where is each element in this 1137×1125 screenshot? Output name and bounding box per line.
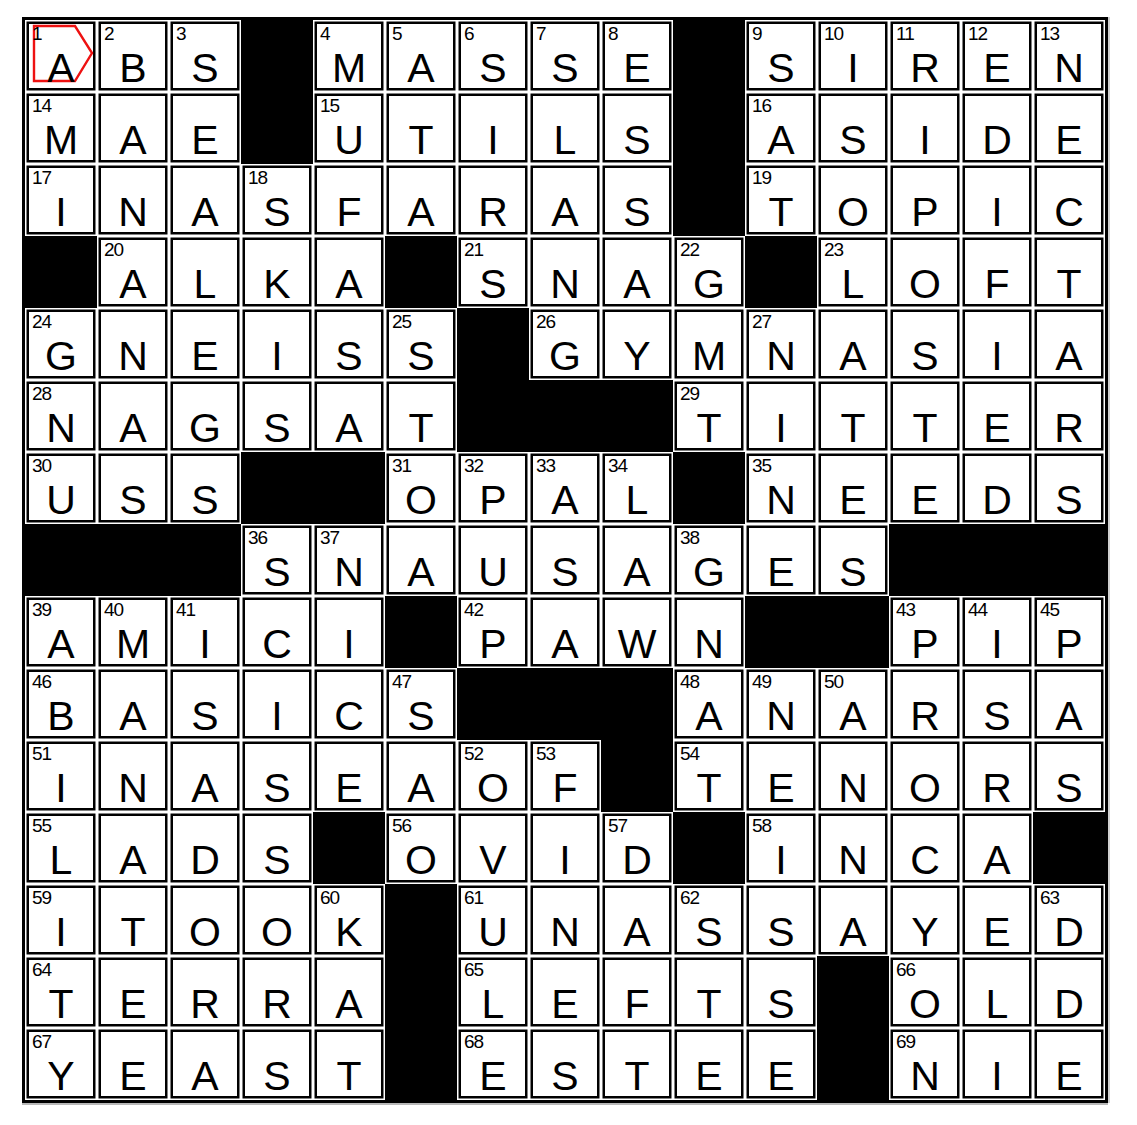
clue-number: 65: [464, 960, 483, 979]
cell-letter: I: [25, 192, 97, 233]
grid-cell[interactable]: 62S: [673, 884, 745, 956]
cell-letter: A: [97, 696, 169, 737]
cell-letter: R: [241, 984, 313, 1025]
clue-number: 57: [608, 816, 627, 835]
grid-cell[interactable]: 21S: [457, 236, 529, 308]
grid-cell[interactable]: 36S: [241, 524, 313, 596]
grid-cell[interactable]: N: [529, 236, 601, 308]
black-cell: [673, 20, 745, 92]
grid-cell[interactable]: P: [889, 164, 961, 236]
grid-cell[interactable]: C: [241, 596, 313, 668]
clue-number: 46: [32, 672, 51, 691]
grid-cell[interactable]: I: [961, 164, 1033, 236]
grid-cell[interactable]: 1A: [25, 20, 97, 92]
cell-letter: E: [97, 1056, 169, 1097]
clue-number: 66: [896, 960, 915, 979]
grid-cell[interactable]: S: [241, 1028, 313, 1100]
cell-letter: N: [673, 624, 745, 665]
grid-cell[interactable]: G: [169, 380, 241, 452]
grid-cell[interactable]: I: [457, 92, 529, 164]
black-cell: [457, 308, 529, 380]
grid-cell[interactable]: 18S: [241, 164, 313, 236]
cell-letter: R: [1033, 408, 1105, 449]
grid-cell[interactable]: L: [961, 956, 1033, 1028]
clue-number: 52: [464, 744, 483, 763]
cell-letter: P: [889, 192, 961, 233]
grid-cell[interactable]: E: [169, 92, 241, 164]
grid-cell[interactable]: D: [961, 452, 1033, 524]
grid-cell[interactable]: I: [961, 1028, 1033, 1100]
grid-cell[interactable]: E: [97, 1028, 169, 1100]
grid-cell[interactable]: R: [241, 956, 313, 1028]
cell-letter: N: [97, 336, 169, 377]
cell-letter: N: [817, 840, 889, 881]
grid-cell[interactable]: T: [385, 380, 457, 452]
cell-letter: F: [601, 984, 673, 1025]
cell-letter: A: [385, 48, 457, 89]
grid-cell[interactable]: 23L: [817, 236, 889, 308]
grid-cell[interactable]: 68E: [457, 1028, 529, 1100]
grid-cell[interactable]: 40M: [97, 596, 169, 668]
cell-letter: T: [1033, 264, 1105, 305]
grid-cell[interactable]: F: [313, 164, 385, 236]
grid-cell[interactable]: I: [241, 308, 313, 380]
cell-letter: M: [25, 120, 97, 161]
clue-number: 35: [752, 456, 771, 475]
grid-cell[interactable]: R: [457, 164, 529, 236]
clue-number: 51: [32, 744, 51, 763]
grid-cell[interactable]: E: [889, 452, 961, 524]
grid-cell[interactable]: S: [529, 1028, 601, 1100]
crossword-board: 1A2B3S4M5A6S7S8E9S10I11R12E13N14MAE15UTI…: [22, 17, 1108, 1103]
grid-cell[interactable]: O: [889, 740, 961, 812]
cell-letter: C: [241, 624, 313, 665]
grid-cell[interactable]: A: [385, 164, 457, 236]
cell-letter: E: [457, 1056, 529, 1097]
grid-cell[interactable]: E: [673, 1028, 745, 1100]
grid-cell[interactable]: 59I: [25, 884, 97, 956]
grid-cell[interactable]: 64T: [25, 956, 97, 1028]
grid-cell[interactable]: S: [601, 92, 673, 164]
grid-cell[interactable]: 69N: [889, 1028, 961, 1100]
clue-number: 26: [536, 312, 555, 331]
grid-cell[interactable]: 67Y: [25, 1028, 97, 1100]
grid-cell[interactable]: A: [97, 668, 169, 740]
grid-cell[interactable]: 66O: [889, 956, 961, 1028]
cell-letter: U: [25, 480, 97, 521]
grid-cell[interactable]: S: [97, 452, 169, 524]
cell-letter: N: [745, 480, 817, 521]
cell-letter: I: [169, 624, 241, 665]
cell-letter: S: [313, 336, 385, 377]
cell-letter: A: [1033, 696, 1105, 737]
cell-letter: E: [601, 48, 673, 89]
grid-cell[interactable]: 25S: [385, 308, 457, 380]
grid-cell[interactable]: A: [385, 740, 457, 812]
cell-letter: R: [169, 984, 241, 1025]
clue-number: 47: [392, 672, 411, 691]
grid-cell[interactable]: 5A: [385, 20, 457, 92]
cell-letter: T: [673, 768, 745, 809]
grid-cell[interactable]: C: [313, 668, 385, 740]
grid-cell[interactable]: A: [313, 236, 385, 308]
grid-cell[interactable]: 50A: [817, 668, 889, 740]
cell-letter: I: [961, 336, 1033, 377]
cell-letter: S: [745, 984, 817, 1025]
grid-cell[interactable]: 47S: [385, 668, 457, 740]
grid-cell[interactable]: 29T: [673, 380, 745, 452]
grid-cell[interactable]: S: [745, 956, 817, 1028]
grid-cell[interactable]: E: [1033, 1028, 1105, 1100]
grid-cell[interactable]: 17I: [25, 164, 97, 236]
cell-letter: F: [313, 192, 385, 233]
grid-cell[interactable]: 31O: [385, 452, 457, 524]
grid-cell[interactable]: T: [385, 92, 457, 164]
cell-letter: E: [961, 408, 1033, 449]
cell-letter: S: [241, 768, 313, 809]
grid-cell[interactable]: F: [961, 236, 1033, 308]
grid-cell[interactable]: E: [97, 956, 169, 1028]
grid-cell[interactable]: 27N: [745, 308, 817, 380]
grid-cell[interactable]: T: [673, 956, 745, 1028]
grid-cell[interactable]: 4M: [313, 20, 385, 92]
clue-number: 24: [32, 312, 51, 331]
grid-cell[interactable]: 49N: [745, 668, 817, 740]
grid-cell[interactable]: 39A: [25, 596, 97, 668]
grid-cell[interactable]: 44I: [961, 596, 1033, 668]
cell-letter: D: [169, 840, 241, 881]
grid-cell[interactable]: E: [745, 1028, 817, 1100]
black-cell: [673, 92, 745, 164]
clue-number: 3: [176, 24, 186, 43]
grid-cell[interactable]: 6S: [457, 20, 529, 92]
cell-letter: A: [25, 48, 97, 89]
grid-cell[interactable]: O: [817, 164, 889, 236]
grid-cell[interactable]: E: [961, 380, 1033, 452]
cell-letter: T: [97, 912, 169, 953]
cell-letter: S: [601, 120, 673, 161]
grid-cell[interactable]: T: [601, 1028, 673, 1100]
grid-cell[interactable]: W: [601, 596, 673, 668]
cell-letter: S: [97, 480, 169, 521]
grid-cell[interactable]: S: [241, 380, 313, 452]
grid-cell[interactable]: A: [817, 884, 889, 956]
cell-letter: N: [97, 768, 169, 809]
clue-number: 21: [464, 240, 483, 259]
grid-cell[interactable]: 60K: [313, 884, 385, 956]
grid-cell[interactable]: 58I: [745, 812, 817, 884]
grid-cell[interactable]: L: [169, 236, 241, 308]
grid-cell[interactable]: T: [889, 380, 961, 452]
grid-cell[interactable]: N: [97, 164, 169, 236]
grid-cell[interactable]: I: [241, 668, 313, 740]
clue-number: 60: [320, 888, 339, 907]
grid-cell[interactable]: 24G: [25, 308, 97, 380]
grid-cell[interactable]: E: [313, 740, 385, 812]
grid-cell[interactable]: A: [817, 308, 889, 380]
cell-letter: G: [25, 336, 97, 377]
cell-letter: A: [385, 552, 457, 593]
cell-letter: O: [457, 768, 529, 809]
grid-cell[interactable]: A: [601, 884, 673, 956]
grid-cell[interactable]: N: [97, 740, 169, 812]
grid-cell[interactable]: I: [313, 596, 385, 668]
cell-letter: S: [385, 696, 457, 737]
grid-cell[interactable]: 55L: [25, 812, 97, 884]
grid-cell[interactable]: A: [385, 524, 457, 596]
cell-letter: A: [169, 192, 241, 233]
grid-cell[interactable]: A: [97, 812, 169, 884]
clue-number: 5: [392, 24, 402, 43]
clue-number: 8: [608, 24, 618, 43]
black-cell: [97, 524, 169, 596]
cell-letter: O: [889, 264, 961, 305]
grid-cell[interactable]: A: [529, 164, 601, 236]
grid-cell[interactable]: 14M: [25, 92, 97, 164]
cell-letter: I: [889, 120, 961, 161]
clue-number: 17: [32, 168, 51, 187]
cell-letter: O: [241, 912, 313, 953]
clue-number: 28: [32, 384, 51, 403]
grid-cell[interactable]: Y: [889, 884, 961, 956]
grid-cell[interactable]: 19T: [745, 164, 817, 236]
grid-cell[interactable]: 10I: [817, 20, 889, 92]
grid-cell[interactable]: I: [961, 308, 1033, 380]
grid-cell[interactable]: E: [169, 308, 241, 380]
grid-cell[interactable]: I: [889, 92, 961, 164]
grid-cell[interactable]: O: [889, 236, 961, 308]
grid-cell[interactable]: 56O: [385, 812, 457, 884]
grid-cell[interactable]: A: [97, 380, 169, 452]
clue-number: 13: [1040, 24, 1059, 43]
grid-cell[interactable]: 51I: [25, 740, 97, 812]
black-cell: [745, 596, 817, 668]
cell-letter: S: [961, 696, 1033, 737]
grid-cell[interactable]: N: [817, 812, 889, 884]
clue-number: 23: [824, 240, 843, 259]
grid-cell[interactable]: S: [1033, 740, 1105, 812]
grid-cell[interactable]: S: [817, 92, 889, 164]
cell-letter: I: [25, 768, 97, 809]
grid-cell[interactable]: S: [601, 164, 673, 236]
cell-letter: A: [961, 840, 1033, 881]
crossword-board-wrapper: 1A2B3S4M5A6S7S8E9S10I11R12E13N14MAE15UTI…: [22, 17, 1108, 1103]
grid-cell[interactable]: O: [169, 884, 241, 956]
grid-cell[interactable]: 22G: [673, 236, 745, 308]
grid-cell[interactable]: S: [313, 308, 385, 380]
black-cell: [313, 452, 385, 524]
grid-cell[interactable]: R: [889, 668, 961, 740]
grid-cell[interactable]: 34L: [601, 452, 673, 524]
cell-letter: M: [97, 624, 169, 665]
grid-cell[interactable]: V: [457, 812, 529, 884]
grid-cell[interactable]: S: [241, 740, 313, 812]
grid-cell[interactable]: 35N: [745, 452, 817, 524]
clue-number: 10: [824, 24, 843, 43]
cell-letter: S: [817, 552, 889, 593]
grid-cell[interactable]: A: [1033, 308, 1105, 380]
grid-cell[interactable]: D: [1033, 956, 1105, 1028]
grid-cell[interactable]: N: [673, 596, 745, 668]
grid-cell[interactable]: T: [1033, 236, 1105, 308]
cell-letter: L: [601, 480, 673, 521]
grid-cell[interactable]: 61U: [457, 884, 529, 956]
cell-letter: S: [241, 1056, 313, 1097]
clue-number: 27: [752, 312, 771, 331]
grid-cell[interactable]: 54T: [673, 740, 745, 812]
cell-letter: I: [313, 624, 385, 665]
clue-number: 58: [752, 816, 771, 835]
grid-cell[interactable]: N: [817, 740, 889, 812]
grid-cell[interactable]: C: [889, 812, 961, 884]
grid-cell[interactable]: F: [601, 956, 673, 1028]
clue-number: 62: [680, 888, 699, 907]
grid-cell[interactable]: 20A: [97, 236, 169, 308]
grid-cell[interactable]: A: [313, 956, 385, 1028]
grid-cell[interactable]: 26G: [529, 308, 601, 380]
grid-cell[interactable]: 32P: [457, 452, 529, 524]
black-cell: [1033, 812, 1105, 884]
grid-cell[interactable]: S: [169, 668, 241, 740]
grid-cell[interactable]: 3S: [169, 20, 241, 92]
grid-cell[interactable]: T: [313, 1028, 385, 1100]
grid-cell[interactable]: R: [169, 956, 241, 1028]
grid-cell[interactable]: K: [241, 236, 313, 308]
grid-cell[interactable]: 12E: [961, 20, 1033, 92]
clue-number: 19: [752, 168, 771, 187]
clue-number: 6: [464, 24, 474, 43]
grid-cell[interactable]: O: [241, 884, 313, 956]
grid-cell[interactable]: E: [961, 884, 1033, 956]
grid-cell[interactable]: 63D: [1033, 884, 1105, 956]
grid-cell[interactable]: 42P: [457, 596, 529, 668]
grid-cell[interactable]: C: [1033, 164, 1105, 236]
cell-letter: E: [745, 552, 817, 593]
black-cell: [601, 380, 673, 452]
cell-letter: S: [817, 120, 889, 161]
grid-cell[interactable]: D: [169, 812, 241, 884]
grid-cell[interactable]: A: [169, 164, 241, 236]
cell-letter: I: [745, 408, 817, 449]
grid-cell[interactable]: 8E: [601, 20, 673, 92]
cell-letter: T: [673, 984, 745, 1025]
grid-cell[interactable]: 11R: [889, 20, 961, 92]
grid-cell[interactable]: 30U: [25, 452, 97, 524]
cell-letter: A: [745, 120, 817, 161]
grid-cell[interactable]: 57D: [601, 812, 673, 884]
cell-letter: R: [457, 192, 529, 233]
cell-letter: A: [97, 264, 169, 305]
grid-cell[interactable]: E: [745, 524, 817, 596]
grid-cell[interactable]: S: [241, 812, 313, 884]
grid-cell[interactable]: L: [529, 92, 601, 164]
cell-letter: E: [169, 120, 241, 161]
grid-cell[interactable]: E: [529, 956, 601, 1028]
cell-letter: T: [745, 192, 817, 233]
cell-letter: N: [745, 696, 817, 737]
grid-cell[interactable]: A: [601, 236, 673, 308]
grid-cell[interactable]: S: [817, 524, 889, 596]
grid-cell[interactable]: 38G: [673, 524, 745, 596]
grid-cell[interactable]: A: [529, 596, 601, 668]
grid-cell[interactable]: M: [673, 308, 745, 380]
cell-letter: N: [313, 552, 385, 593]
grid-cell[interactable]: N: [97, 308, 169, 380]
grid-cell[interactable]: Y: [601, 308, 673, 380]
cell-letter: K: [313, 912, 385, 953]
grid-cell[interactable]: 46B: [25, 668, 97, 740]
grid-cell[interactable]: 2B: [97, 20, 169, 92]
grid-cell[interactable]: S: [169, 452, 241, 524]
grid-cell[interactable]: R: [1033, 380, 1105, 452]
grid-cell[interactable]: 9S: [745, 20, 817, 92]
grid-cell[interactable]: A: [313, 380, 385, 452]
cell-letter: S: [385, 336, 457, 377]
cell-letter: S: [889, 336, 961, 377]
grid-cell[interactable]: I: [529, 812, 601, 884]
cell-letter: E: [889, 480, 961, 521]
cell-letter: A: [529, 624, 601, 665]
grid-cell[interactable]: D: [961, 92, 1033, 164]
grid-cell[interactable]: U: [457, 524, 529, 596]
clue-number: 67: [32, 1032, 51, 1051]
grid-cell[interactable]: R: [961, 740, 1033, 812]
grid-cell[interactable]: A: [97, 92, 169, 164]
grid-cell[interactable]: 41I: [169, 596, 241, 668]
clue-number: 43: [896, 600, 915, 619]
grid-cell[interactable]: E: [817, 452, 889, 524]
grid-cell[interactable]: I: [745, 380, 817, 452]
grid-cell[interactable]: 65L: [457, 956, 529, 1028]
grid-cell[interactable]: S: [889, 308, 961, 380]
grid-cell[interactable]: 28N: [25, 380, 97, 452]
cell-letter: A: [97, 408, 169, 449]
cell-letter: B: [25, 696, 97, 737]
cell-letter: E: [1033, 120, 1105, 161]
grid-cell[interactable]: 33A: [529, 452, 601, 524]
grid-cell[interactable]: E: [745, 740, 817, 812]
grid-cell[interactable]: 7S: [529, 20, 601, 92]
grid-cell[interactable]: 53F: [529, 740, 601, 812]
grid-cell[interactable]: 45P: [1033, 596, 1105, 668]
grid-cell[interactable]: A: [169, 740, 241, 812]
grid-cell[interactable]: 52O: [457, 740, 529, 812]
cell-letter: E: [1033, 1056, 1105, 1097]
cell-letter: N: [97, 192, 169, 233]
grid-cell[interactable]: S: [961, 668, 1033, 740]
grid-cell[interactable]: 37N: [313, 524, 385, 596]
grid-cell[interactable]: A: [169, 1028, 241, 1100]
grid-cell[interactable]: 13N: [1033, 20, 1105, 92]
grid-cell[interactable]: E: [1033, 92, 1105, 164]
cell-letter: S: [529, 552, 601, 593]
grid-cell[interactable]: 43P: [889, 596, 961, 668]
grid-cell[interactable]: T: [97, 884, 169, 956]
grid-cell[interactable]: 15U: [313, 92, 385, 164]
grid-cell[interactable]: A: [1033, 668, 1105, 740]
grid-cell[interactable]: N: [529, 884, 601, 956]
grid-cell[interactable]: 16A: [745, 92, 817, 164]
grid-cell[interactable]: S: [529, 524, 601, 596]
cell-letter: C: [1033, 192, 1105, 233]
grid-cell[interactable]: S: [745, 884, 817, 956]
grid-cell[interactable]: T: [817, 380, 889, 452]
grid-cell[interactable]: 48A: [673, 668, 745, 740]
grid-cell[interactable]: A: [601, 524, 673, 596]
grid-cell[interactable]: S: [1033, 452, 1105, 524]
grid-cell[interactable]: A: [961, 812, 1033, 884]
cell-letter: E: [961, 48, 1033, 89]
